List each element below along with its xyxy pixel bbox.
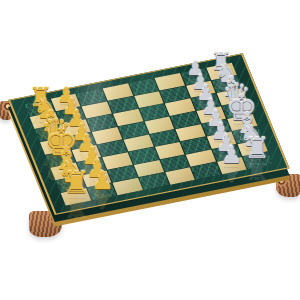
chess-set-photo: ♜♜♟♟♞♞♟♟♝♝♟♟♟♟♜♜♛♛♟♟♟♟♞♞♚♚♟♟♟♟♝♝♝♝♟♟♟♟♛♛… [0,0,300,300]
chess-board [8,53,290,215]
